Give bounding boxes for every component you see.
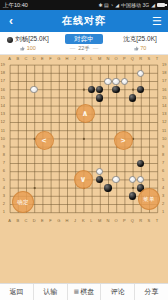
board-intersection-G6[interactable] bbox=[55, 167, 63, 175]
board-intersection-K11[interactable] bbox=[79, 127, 87, 135]
board-intersection-R6[interactable] bbox=[137, 167, 145, 175]
board-intersection-C7[interactable] bbox=[22, 159, 30, 167]
board-intersection-G2[interactable] bbox=[55, 200, 63, 208]
board-intersection-H10[interactable] bbox=[63, 135, 71, 143]
board-intersection-E13[interactable] bbox=[38, 110, 46, 118]
board-intersection-S14[interactable] bbox=[145, 102, 153, 110]
board-intersection-T16[interactable] bbox=[153, 86, 161, 94]
board-intersection-F8[interactable] bbox=[46, 151, 54, 159]
board-intersection-R8[interactable] bbox=[137, 151, 145, 159]
board-intersection-S11[interactable] bbox=[145, 127, 153, 135]
board-intersection-J17[interactable] bbox=[71, 77, 79, 85]
board-intersection-R5[interactable] bbox=[137, 176, 145, 184]
board-intersection-H14[interactable] bbox=[63, 102, 71, 110]
board-intersection-E15[interactable] bbox=[38, 94, 46, 102]
board-intersection-K19[interactable] bbox=[79, 61, 87, 69]
board-intersection-A9[interactable] bbox=[6, 143, 14, 151]
board-intersection-T19[interactable] bbox=[153, 61, 161, 69]
board-intersection-F18[interactable] bbox=[46, 69, 54, 77]
nav-right-button[interactable]: > bbox=[114, 131, 133, 150]
board-intersection-B13[interactable] bbox=[14, 110, 22, 118]
board-intersection-L2[interactable] bbox=[87, 200, 95, 208]
board-intersection-E1[interactable] bbox=[38, 208, 46, 216]
board-intersection-C15[interactable] bbox=[22, 94, 30, 102]
board-intersection-T12[interactable] bbox=[153, 118, 161, 126]
board-intersection-G11[interactable] bbox=[55, 127, 63, 135]
board-intersection-O6[interactable] bbox=[112, 167, 120, 175]
board-intersection-B9[interactable] bbox=[14, 143, 22, 151]
board-intersection-R10[interactable] bbox=[137, 135, 145, 143]
board-intersection-N19[interactable] bbox=[104, 61, 112, 69]
board-intersection-H4[interactable] bbox=[63, 184, 71, 192]
board-intersection-K1[interactable] bbox=[79, 208, 87, 216]
board-intersection-B14[interactable] bbox=[14, 102, 22, 110]
board-intersection-M14[interactable] bbox=[96, 102, 104, 110]
board-intersection-L19[interactable] bbox=[87, 61, 95, 69]
board-intersection-N9[interactable] bbox=[104, 143, 112, 151]
board-intersection-H3[interactable] bbox=[63, 192, 71, 200]
board-intersection-A4[interactable] bbox=[6, 184, 14, 192]
board-intersection-J7[interactable] bbox=[71, 159, 79, 167]
board-intersection-D6[interactable] bbox=[30, 167, 38, 175]
board-intersection-H2[interactable] bbox=[63, 200, 71, 208]
board-intersection-C6[interactable] bbox=[22, 167, 30, 175]
board-intersection-B17[interactable] bbox=[14, 77, 22, 85]
board-intersection-A6[interactable] bbox=[6, 167, 14, 175]
board-intersection-L3[interactable] bbox=[87, 192, 95, 200]
board-intersection-B15[interactable] bbox=[14, 94, 22, 102]
board-intersection-N16[interactable] bbox=[104, 86, 112, 94]
board-intersection-T8[interactable] bbox=[153, 151, 161, 159]
board-intersection-N1[interactable] bbox=[104, 208, 112, 216]
board-intersection-K18[interactable] bbox=[79, 69, 87, 77]
board-intersection-F12[interactable] bbox=[46, 118, 54, 126]
board-intersection-P18[interactable] bbox=[120, 69, 128, 77]
board-intersection-D15[interactable] bbox=[30, 94, 38, 102]
board-intersection-D1[interactable] bbox=[30, 208, 38, 216]
board-intersection-E19[interactable] bbox=[38, 61, 46, 69]
board-intersection-J9[interactable] bbox=[71, 143, 79, 151]
board-intersection-J10[interactable] bbox=[71, 135, 79, 143]
board-intersection-Q1[interactable] bbox=[128, 208, 136, 216]
board-intersection-A18[interactable] bbox=[6, 69, 14, 77]
board-intersection-H5[interactable] bbox=[63, 176, 71, 184]
board-intersection-C12[interactable] bbox=[22, 118, 30, 126]
board-intersection-K16[interactable] bbox=[79, 86, 87, 94]
board-intersection-G17[interactable] bbox=[55, 77, 63, 85]
board-intersection-E8[interactable] bbox=[38, 151, 46, 159]
nav-up-button[interactable]: ∧ bbox=[76, 104, 95, 123]
board-intersection-J3[interactable] bbox=[71, 192, 79, 200]
board-intersection-L17[interactable] bbox=[87, 77, 95, 85]
board-intersection-G10[interactable] bbox=[55, 135, 63, 143]
board-intersection-O13[interactable] bbox=[112, 110, 120, 118]
board-intersection-H8[interactable] bbox=[63, 151, 71, 159]
return-button[interactable]: 返回 bbox=[0, 284, 33, 300]
board-intersection-G19[interactable] bbox=[55, 61, 63, 69]
board-intersection-G1[interactable] bbox=[55, 208, 63, 216]
board-intersection-M3[interactable] bbox=[96, 192, 104, 200]
board-intersection-Q12[interactable] bbox=[128, 118, 136, 126]
board-intersection-D12[interactable] bbox=[30, 118, 38, 126]
board-intersection-R13[interactable] bbox=[137, 110, 145, 118]
board-intersection-S12[interactable] bbox=[145, 118, 153, 126]
board-intersection-S7[interactable] bbox=[145, 159, 153, 167]
board-intersection-P13[interactable] bbox=[120, 110, 128, 118]
board-intersection-F6[interactable] bbox=[46, 167, 54, 175]
board-intersection-Q17[interactable] bbox=[128, 77, 136, 85]
board-intersection-J2[interactable] bbox=[71, 200, 79, 208]
board-intersection-N2[interactable] bbox=[104, 200, 112, 208]
board-intersection-Q13[interactable] bbox=[128, 110, 136, 118]
board-intersection-B7[interactable] bbox=[14, 159, 22, 167]
board-intersection-L9[interactable] bbox=[87, 143, 95, 151]
board-intersection-D19[interactable] bbox=[30, 61, 38, 69]
board-intersection-C10[interactable] bbox=[22, 135, 30, 143]
board-intersection-G7[interactable] bbox=[55, 159, 63, 167]
board-intersection-C17[interactable] bbox=[22, 77, 30, 85]
board-intersection-P2[interactable] bbox=[120, 200, 128, 208]
board-intersection-S9[interactable] bbox=[145, 143, 153, 151]
nav-left-button[interactable]: < bbox=[35, 131, 54, 150]
board-intersection-N17[interactable] bbox=[104, 77, 112, 85]
board-intersection-Q14[interactable] bbox=[128, 102, 136, 110]
board-intersection-R9[interactable] bbox=[137, 143, 145, 151]
board-intersection-H7[interactable] bbox=[63, 159, 71, 167]
board-intersection-S17[interactable] bbox=[145, 77, 153, 85]
board-intersection-O7[interactable] bbox=[112, 159, 120, 167]
board-view-button[interactable]: ▦棋盘 bbox=[67, 284, 101, 300]
board-intersection-T15[interactable] bbox=[153, 94, 161, 102]
board-intersection-N6[interactable] bbox=[104, 167, 112, 175]
board-intersection-J11[interactable] bbox=[71, 127, 79, 135]
board-intersection-N15[interactable] bbox=[104, 94, 112, 102]
board-intersection-G4[interactable] bbox=[55, 184, 63, 192]
board-intersection-B10[interactable] bbox=[14, 135, 22, 143]
board-intersection-F7[interactable] bbox=[46, 159, 54, 167]
board-intersection-M1[interactable] bbox=[96, 208, 104, 216]
board-intersection-D16[interactable] bbox=[30, 86, 38, 94]
board-intersection-M2[interactable] bbox=[96, 200, 104, 208]
board-intersection-F3[interactable] bbox=[46, 192, 54, 200]
board-intersection-E7[interactable] bbox=[38, 159, 46, 167]
board-intersection-H1[interactable] bbox=[63, 208, 71, 216]
board-intersection-P19[interactable] bbox=[120, 61, 128, 69]
board-intersection-C13[interactable] bbox=[22, 110, 30, 118]
board-intersection-N13[interactable] bbox=[104, 110, 112, 118]
board-intersection-E12[interactable] bbox=[38, 118, 46, 126]
board-intersection-M8[interactable] bbox=[96, 151, 104, 159]
board-intersection-O19[interactable] bbox=[112, 61, 120, 69]
board-intersection-B16[interactable] bbox=[14, 86, 22, 94]
board-intersection-O16[interactable] bbox=[112, 86, 120, 94]
board-intersection-B5[interactable] bbox=[14, 176, 22, 184]
board-intersection-H13[interactable] bbox=[63, 110, 71, 118]
board-intersection-T6[interactable] bbox=[153, 167, 161, 175]
board-intersection-A19[interactable] bbox=[6, 61, 14, 69]
board-intersection-J19[interactable] bbox=[71, 61, 79, 69]
board-intersection-O18[interactable] bbox=[112, 69, 120, 77]
board-intersection-N8[interactable] bbox=[104, 151, 112, 159]
board-intersection-G12[interactable] bbox=[55, 118, 63, 126]
board-intersection-Q7[interactable] bbox=[128, 159, 136, 167]
board-intersection-P8[interactable] bbox=[120, 151, 128, 159]
board-intersection-F2[interactable] bbox=[46, 200, 54, 208]
board-intersection-F16[interactable] bbox=[46, 86, 54, 94]
board-intersection-S13[interactable] bbox=[145, 110, 153, 118]
board-intersection-P7[interactable] bbox=[120, 159, 128, 167]
board-intersection-P1[interactable] bbox=[120, 208, 128, 216]
share-button[interactable]: 分享 bbox=[134, 284, 168, 300]
board-intersection-F1[interactable] bbox=[46, 208, 54, 216]
board-intersection-J8[interactable] bbox=[71, 151, 79, 159]
board-intersection-C19[interactable] bbox=[22, 61, 30, 69]
board-intersection-D7[interactable] bbox=[30, 159, 38, 167]
menu-button[interactable]: ☰ bbox=[146, 15, 168, 28]
board-intersection-H9[interactable] bbox=[63, 143, 71, 151]
board-intersection-C5[interactable] bbox=[22, 176, 30, 184]
board-intersection-R19[interactable] bbox=[137, 61, 145, 69]
board-intersection-O17[interactable] bbox=[112, 77, 120, 85]
board-intersection-J15[interactable] bbox=[71, 94, 79, 102]
board-intersection-G14[interactable] bbox=[55, 102, 63, 110]
board-intersection-A15[interactable] bbox=[6, 94, 14, 102]
board-intersection-T5[interactable] bbox=[153, 176, 161, 184]
board-intersection-S5[interactable] bbox=[145, 176, 153, 184]
board-intersection-N12[interactable] bbox=[104, 118, 112, 126]
board-intersection-C9[interactable] bbox=[22, 143, 30, 151]
board-intersection-R17[interactable] bbox=[137, 77, 145, 85]
board-intersection-Q2[interactable] bbox=[128, 200, 136, 208]
board-intersection-Q5[interactable] bbox=[128, 176, 136, 184]
board-intersection-D17[interactable] bbox=[30, 77, 38, 85]
board-intersection-F19[interactable] bbox=[46, 61, 54, 69]
board-intersection-J18[interactable] bbox=[71, 69, 79, 77]
board-intersection-S16[interactable] bbox=[145, 86, 153, 94]
board-intersection-J16[interactable] bbox=[71, 86, 79, 94]
board-intersection-S15[interactable] bbox=[145, 94, 153, 102]
confirm-move-button[interactable]: 确定 bbox=[12, 191, 34, 213]
board-intersection-O3[interactable] bbox=[112, 192, 120, 200]
board-intersection-R12[interactable] bbox=[137, 118, 145, 126]
board-intersection-K7[interactable] bbox=[79, 159, 87, 167]
board-intersection-K3[interactable] bbox=[79, 192, 87, 200]
board-intersection-T18[interactable] bbox=[153, 69, 161, 77]
board-intersection-R7[interactable] bbox=[137, 159, 145, 167]
board-intersection-F15[interactable] bbox=[46, 94, 54, 102]
board-intersection-P16[interactable] bbox=[120, 86, 128, 94]
board-intersection-S18[interactable] bbox=[145, 69, 153, 77]
board-intersection-E2[interactable] bbox=[38, 200, 46, 208]
board-intersection-B6[interactable] bbox=[14, 167, 22, 175]
board-intersection-D18[interactable] bbox=[30, 69, 38, 77]
board-intersection-O12[interactable] bbox=[112, 118, 120, 126]
board-intersection-M17[interactable] bbox=[96, 77, 104, 85]
resign-button[interactable]: 认输 bbox=[33, 284, 67, 300]
board-intersection-G8[interactable] bbox=[55, 151, 63, 159]
board-intersection-K8[interactable] bbox=[79, 151, 87, 159]
board-intersection-N5[interactable] bbox=[104, 176, 112, 184]
board-intersection-E18[interactable] bbox=[38, 69, 46, 77]
board-intersection-P6[interactable] bbox=[120, 167, 128, 175]
board-intersection-M13[interactable] bbox=[96, 110, 104, 118]
board-intersection-M16[interactable] bbox=[96, 86, 104, 94]
board-intersection-H19[interactable] bbox=[63, 61, 71, 69]
board-intersection-K10[interactable] bbox=[79, 135, 87, 143]
board-intersection-N3[interactable] bbox=[104, 192, 112, 200]
board-intersection-H11[interactable] bbox=[63, 127, 71, 135]
board-intersection-H12[interactable] bbox=[63, 118, 71, 126]
board-intersection-D5[interactable] bbox=[30, 176, 38, 184]
board-intersection-Q6[interactable] bbox=[128, 167, 136, 175]
board-intersection-T9[interactable] bbox=[153, 143, 161, 151]
board-intersection-O8[interactable] bbox=[112, 151, 120, 159]
board-intersection-B8[interactable] bbox=[14, 151, 22, 159]
board-intersection-M5[interactable] bbox=[96, 176, 104, 184]
board-intersection-A5[interactable] bbox=[6, 176, 14, 184]
board-intersection-D13[interactable] bbox=[30, 110, 38, 118]
board-intersection-P14[interactable] bbox=[120, 102, 128, 110]
board-intersection-D8[interactable] bbox=[30, 151, 38, 159]
board-intersection-E17[interactable] bbox=[38, 77, 46, 85]
board-intersection-E14[interactable] bbox=[38, 102, 46, 110]
board-intersection-F17[interactable] bbox=[46, 77, 54, 85]
board-intersection-R16[interactable] bbox=[137, 86, 145, 94]
board-intersection-A8[interactable] bbox=[6, 151, 14, 159]
back-button[interactable]: ‹ bbox=[0, 10, 22, 32]
board-intersection-D4[interactable] bbox=[30, 184, 38, 192]
match-status-button[interactable]: 对弈中 bbox=[65, 34, 103, 45]
board-menu-button[interactable]: 菜单 bbox=[138, 188, 160, 210]
board-intersection-G13[interactable] bbox=[55, 110, 63, 118]
board-intersection-Q19[interactable] bbox=[128, 61, 136, 69]
board-intersection-A1[interactable] bbox=[6, 208, 14, 216]
board-intersection-L11[interactable] bbox=[87, 127, 95, 135]
board-intersection-T17[interactable] bbox=[153, 77, 161, 85]
board-intersection-C14[interactable] bbox=[22, 102, 30, 110]
board-intersection-E3[interactable] bbox=[38, 192, 46, 200]
board-intersection-H17[interactable] bbox=[63, 77, 71, 85]
board-intersection-F4[interactable] bbox=[46, 184, 54, 192]
board-intersection-L16[interactable] bbox=[87, 86, 95, 94]
board-intersection-Q16[interactable] bbox=[128, 86, 136, 94]
board-intersection-P5[interactable] bbox=[120, 176, 128, 184]
board-intersection-F13[interactable] bbox=[46, 110, 54, 118]
board-intersection-N11[interactable] bbox=[104, 127, 112, 135]
board-intersection-G9[interactable] bbox=[55, 143, 63, 151]
board-intersection-B12[interactable] bbox=[14, 118, 22, 126]
board-intersection-T10[interactable] bbox=[153, 135, 161, 143]
board-intersection-C11[interactable] bbox=[22, 127, 30, 135]
board-intersection-L1[interactable] bbox=[87, 208, 95, 216]
board-intersection-Q4[interactable] bbox=[128, 184, 136, 192]
board-intersection-K15[interactable] bbox=[79, 94, 87, 102]
board-intersection-A13[interactable] bbox=[6, 110, 14, 118]
board-intersection-M7[interactable] bbox=[96, 159, 104, 167]
board-intersection-J1[interactable] bbox=[71, 208, 79, 216]
board-intersection-A10[interactable] bbox=[6, 135, 14, 143]
board-intersection-L8[interactable] bbox=[87, 151, 95, 159]
board-intersection-P4[interactable] bbox=[120, 184, 128, 192]
board-intersection-Q8[interactable] bbox=[128, 151, 136, 159]
board-intersection-E16[interactable] bbox=[38, 86, 46, 94]
board-intersection-R1[interactable] bbox=[137, 208, 145, 216]
board-intersection-R18[interactable] bbox=[137, 69, 145, 77]
nav-down-button[interactable]: ∨ bbox=[74, 170, 93, 189]
board-intersection-R11[interactable] bbox=[137, 127, 145, 135]
board-intersection-P15[interactable] bbox=[120, 94, 128, 102]
board-intersection-F5[interactable] bbox=[46, 176, 54, 184]
comment-button[interactable]: 评论 bbox=[100, 284, 134, 300]
board-intersection-M11[interactable] bbox=[96, 127, 104, 135]
board-intersection-H6[interactable] bbox=[63, 167, 71, 175]
board-intersection-C18[interactable] bbox=[22, 69, 30, 77]
board-intersection-O4[interactable] bbox=[112, 184, 120, 192]
board-intersection-G18[interactable] bbox=[55, 69, 63, 77]
board-intersection-L7[interactable] bbox=[87, 159, 95, 167]
board-intersection-P17[interactable] bbox=[120, 77, 128, 85]
board-intersection-A16[interactable] bbox=[6, 86, 14, 94]
thumbs-up-icon[interactable] bbox=[20, 46, 25, 51]
board-intersection-N7[interactable] bbox=[104, 159, 112, 167]
board-intersection-N10[interactable] bbox=[104, 135, 112, 143]
board-intersection-O1[interactable] bbox=[112, 208, 120, 216]
board-intersection-B11[interactable] bbox=[14, 127, 22, 135]
board-intersection-Q15[interactable] bbox=[128, 94, 136, 102]
board-intersection-G15[interactable] bbox=[55, 94, 63, 102]
board-intersection-T14[interactable] bbox=[153, 102, 161, 110]
board-intersection-A17[interactable] bbox=[6, 77, 14, 85]
board-intersection-E5[interactable] bbox=[38, 176, 46, 184]
board-intersection-B19[interactable] bbox=[14, 61, 22, 69]
board-intersection-N14[interactable] bbox=[104, 102, 112, 110]
board-intersection-G16[interactable] bbox=[55, 86, 63, 94]
board-intersection-G3[interactable] bbox=[55, 192, 63, 200]
board-intersection-N18[interactable] bbox=[104, 69, 112, 77]
board-intersection-H16[interactable] bbox=[63, 86, 71, 94]
board-intersection-R14[interactable] bbox=[137, 102, 145, 110]
board-intersection-O14[interactable] bbox=[112, 102, 120, 110]
board-intersection-H18[interactable] bbox=[63, 69, 71, 77]
board-intersection-F14[interactable] bbox=[46, 102, 54, 110]
board-intersection-A14[interactable] bbox=[6, 102, 14, 110]
board-intersection-H15[interactable] bbox=[63, 94, 71, 102]
board-intersection-N4[interactable] bbox=[104, 184, 112, 192]
board-intersection-D14[interactable] bbox=[30, 102, 38, 110]
board-intersection-M6[interactable] bbox=[96, 167, 104, 175]
board-intersection-M9[interactable] bbox=[96, 143, 104, 151]
board-intersection-A11[interactable] bbox=[6, 127, 14, 135]
board-intersection-Q3[interactable] bbox=[128, 192, 136, 200]
board-intersection-T7[interactable] bbox=[153, 159, 161, 167]
board-intersection-O5[interactable] bbox=[112, 176, 120, 184]
board-intersection-O15[interactable] bbox=[112, 94, 120, 102]
board-intersection-S8[interactable] bbox=[145, 151, 153, 159]
board-intersection-K17[interactable] bbox=[79, 77, 87, 85]
board-intersection-M10[interactable] bbox=[96, 135, 104, 143]
board-intersection-S6[interactable] bbox=[145, 167, 153, 175]
board-intersection-B18[interactable] bbox=[14, 69, 22, 77]
board-intersection-G5[interactable] bbox=[55, 176, 63, 184]
board-intersection-C16[interactable] bbox=[22, 86, 30, 94]
board-intersection-M4[interactable] bbox=[96, 184, 104, 192]
board-intersection-L15[interactable] bbox=[87, 94, 95, 102]
board-intersection-R15[interactable] bbox=[137, 94, 145, 102]
board-intersection-A12[interactable] bbox=[6, 118, 14, 126]
board-intersection-S10[interactable] bbox=[145, 135, 153, 143]
board-intersection-P12[interactable] bbox=[120, 118, 128, 126]
board-intersection-L18[interactable] bbox=[87, 69, 95, 77]
